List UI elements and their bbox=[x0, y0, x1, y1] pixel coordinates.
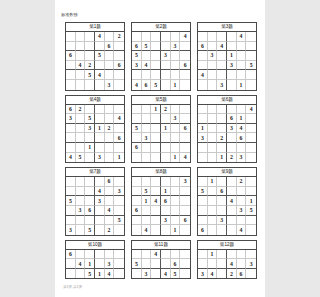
cell-r2c6: 3 bbox=[246, 259, 256, 269]
cell-r2c5 bbox=[237, 259, 247, 269]
cell-r2c5 bbox=[105, 114, 115, 124]
puzzle-box-3: 第3题4643135431 bbox=[197, 22, 257, 91]
puzzle-box-6: 第6题461134326123 bbox=[197, 95, 257, 164]
cell-r3c5 bbox=[105, 196, 115, 206]
cell-r6c1: 4 bbox=[66, 153, 76, 163]
puzzle-box-10: 第10题6413514 bbox=[65, 240, 125, 280]
cell-r2c1 bbox=[198, 114, 208, 124]
puzzle-title: 第11题 bbox=[132, 241, 190, 250]
cell-r6c2 bbox=[76, 225, 86, 235]
cell-r2c6 bbox=[246, 42, 256, 52]
cell-r3c5 bbox=[171, 51, 181, 61]
cell-r5c3 bbox=[217, 70, 227, 80]
sudoku-grid: 461134326123 bbox=[198, 105, 256, 163]
cell-r2c2 bbox=[142, 259, 152, 269]
cell-r2c4 bbox=[161, 114, 171, 124]
cell-r5c1 bbox=[132, 216, 142, 226]
sudoku-grid: 1235163614 bbox=[132, 105, 190, 163]
cell-r2c6 bbox=[180, 259, 190, 269]
cell-r3c3 bbox=[217, 51, 227, 61]
cell-r5c3 bbox=[85, 216, 95, 226]
puzzle-sheet: 第1题42665426543第2题4653533464651第3题4643135… bbox=[65, 22, 257, 279]
cell-r1c2 bbox=[142, 105, 152, 115]
cell-r2c4: 4 bbox=[95, 187, 105, 197]
cell-r4c2 bbox=[208, 61, 218, 71]
cell-r4c3 bbox=[151, 133, 161, 143]
page-header-label: 标准数独 bbox=[61, 12, 78, 17]
cell-r3c4: 1 bbox=[227, 51, 237, 61]
cell-r2c3 bbox=[151, 42, 161, 52]
cell-r1c2 bbox=[76, 250, 86, 260]
cell-r5c1 bbox=[132, 70, 142, 80]
cell-r3c4: 1 bbox=[95, 269, 105, 279]
cell-r3c1: 5 bbox=[132, 124, 142, 134]
cell-r5c5 bbox=[105, 143, 115, 153]
sudoku-grid: 12564135364 bbox=[198, 177, 256, 235]
cell-r1c6: 3 bbox=[180, 177, 190, 187]
cell-r4c2: 3 bbox=[76, 206, 86, 216]
cell-r1c2 bbox=[142, 250, 152, 260]
cell-r1c4 bbox=[227, 250, 237, 260]
cell-r5c1 bbox=[66, 70, 76, 80]
cell-r1c4 bbox=[95, 177, 105, 187]
cell-r1c1 bbox=[198, 32, 208, 42]
cell-r3c6 bbox=[246, 269, 256, 279]
cell-r1c6 bbox=[246, 177, 256, 187]
cell-r4c4 bbox=[227, 206, 237, 216]
cell-r3c3: 3 bbox=[85, 124, 95, 134]
cell-r3c2 bbox=[142, 51, 152, 61]
cell-r1c2 bbox=[76, 177, 86, 187]
cell-r2c5: 6 bbox=[105, 42, 115, 52]
cell-r3c5 bbox=[105, 51, 115, 61]
cell-r2c6 bbox=[114, 42, 124, 52]
cell-r5c2 bbox=[76, 70, 86, 80]
cell-r5c4 bbox=[161, 143, 171, 153]
cell-r2c4 bbox=[161, 42, 171, 52]
cell-r5c5 bbox=[171, 216, 181, 226]
cell-r5c4 bbox=[227, 216, 237, 226]
cell-r3c6: 6 bbox=[180, 124, 190, 134]
cell-r4c2: 3 bbox=[142, 133, 152, 143]
cell-r2c1: 5 bbox=[198, 187, 208, 197]
cell-r5c4: 4 bbox=[95, 70, 105, 80]
cell-r5c3: 3 bbox=[217, 216, 227, 226]
cell-r5c6 bbox=[114, 70, 124, 80]
cell-r5c6: 6 bbox=[180, 216, 190, 226]
cell-r1c6 bbox=[180, 105, 190, 115]
cell-r1c5 bbox=[105, 32, 115, 42]
cell-r1c1 bbox=[66, 177, 76, 187]
cell-r5c5 bbox=[237, 216, 247, 226]
sudoku-grid: 35114663641 bbox=[132, 177, 190, 235]
cell-r5c4: 3 bbox=[161, 216, 171, 226]
cell-r5c1 bbox=[198, 216, 208, 226]
cell-r5c6: 5 bbox=[114, 216, 124, 226]
cell-r6c3 bbox=[85, 153, 95, 163]
puzzle-box-2: 第2题4653533464651 bbox=[131, 22, 191, 91]
cell-r6c5: 1 bbox=[171, 80, 181, 90]
puzzle-title: 第12题 bbox=[198, 241, 256, 250]
cell-r2c3 bbox=[217, 114, 227, 124]
cell-r3c4: 3 bbox=[95, 196, 105, 206]
cell-r1c5: 4 bbox=[237, 32, 247, 42]
cell-r5c5 bbox=[171, 70, 181, 80]
cell-r6c1: 3 bbox=[66, 225, 76, 235]
cell-r2c2 bbox=[208, 259, 218, 269]
cell-r5c1: 6 bbox=[132, 143, 142, 153]
cell-r2c1: 5 bbox=[132, 259, 142, 269]
cell-r4c5 bbox=[105, 61, 115, 71]
cell-r6c5: 1 bbox=[237, 80, 247, 90]
cell-r1c3 bbox=[217, 177, 227, 187]
cell-r3c6 bbox=[246, 51, 256, 61]
cell-r3c3 bbox=[85, 196, 95, 206]
cell-r2c4: 1 bbox=[161, 187, 171, 197]
cell-r1c1 bbox=[198, 250, 208, 260]
cell-r3c1: 6 bbox=[66, 51, 76, 61]
cell-r3c6 bbox=[114, 196, 124, 206]
puzzle-box-1: 第1题42665426543 bbox=[65, 22, 125, 91]
cell-r1c3 bbox=[217, 105, 227, 115]
cell-r3c1: 5 bbox=[66, 196, 76, 206]
cell-r2c1 bbox=[66, 187, 76, 197]
cell-r1c6: 2 bbox=[114, 32, 124, 42]
cell-r2c5 bbox=[105, 187, 115, 197]
cell-r6c5: 1 bbox=[171, 153, 181, 163]
cell-r6c4 bbox=[161, 80, 171, 90]
cell-r2c4 bbox=[227, 42, 237, 52]
cell-r3c4: 2 bbox=[227, 269, 237, 279]
cell-r2c3 bbox=[151, 114, 161, 124]
cell-r3c5: 4 bbox=[237, 124, 247, 134]
cell-r1c6 bbox=[114, 105, 124, 115]
cell-r2c3 bbox=[85, 42, 95, 52]
cell-r6c2: 6 bbox=[142, 80, 152, 90]
cell-r4c2 bbox=[208, 133, 218, 143]
cell-r1c4 bbox=[161, 177, 171, 187]
cell-r4c4 bbox=[161, 206, 171, 216]
cell-r4c6: 6 bbox=[114, 61, 124, 71]
cell-r3c2 bbox=[208, 196, 218, 206]
cell-r2c3: 6 bbox=[217, 187, 227, 197]
cell-r6c3: 3 bbox=[217, 80, 227, 90]
sudoku-grid: 1433426 bbox=[198, 250, 256, 279]
cell-r6c3: 5 bbox=[151, 80, 161, 90]
cell-r1c6: 4 bbox=[246, 105, 256, 115]
cell-r6c1 bbox=[132, 225, 142, 235]
cell-r1c5: 2 bbox=[237, 177, 247, 187]
cell-r2c1: 3 bbox=[66, 114, 76, 124]
cell-r3c4: 4 bbox=[227, 196, 237, 206]
cell-r1c4 bbox=[227, 105, 237, 115]
cell-r5c2 bbox=[208, 143, 218, 153]
puzzle-box-11: 第11题456345 bbox=[131, 240, 191, 280]
cell-r4c4 bbox=[161, 61, 171, 71]
cell-r1c5 bbox=[171, 105, 181, 115]
cell-r6c4 bbox=[161, 153, 171, 163]
cell-r3c4: 6 bbox=[161, 196, 171, 206]
cell-r4c1 bbox=[66, 133, 76, 143]
cell-r5c2 bbox=[142, 216, 152, 226]
cell-r5c5 bbox=[105, 70, 115, 80]
cell-r4c5: 6 bbox=[237, 133, 247, 143]
cell-r4c6 bbox=[180, 206, 190, 216]
cell-r3c5 bbox=[237, 51, 247, 61]
cell-r6c6 bbox=[180, 225, 190, 235]
cell-r2c6 bbox=[180, 114, 190, 124]
cell-r5c3: 1 bbox=[85, 143, 95, 153]
cell-r2c4 bbox=[227, 187, 237, 197]
cell-r1c2 bbox=[208, 105, 218, 115]
cell-r4c1 bbox=[66, 206, 76, 216]
sudoku-grid: 6413514 bbox=[66, 250, 124, 279]
cell-r6c5 bbox=[105, 153, 115, 163]
cell-r5c6 bbox=[180, 70, 190, 80]
cell-r4c3: 6 bbox=[85, 206, 95, 216]
cell-r2c3 bbox=[217, 259, 227, 269]
cell-r1c5: 6 bbox=[105, 177, 115, 187]
cell-r4c2: 4 bbox=[142, 61, 152, 71]
cell-r2c4 bbox=[161, 259, 171, 269]
cell-r5c4 bbox=[95, 216, 105, 226]
cell-r4c3 bbox=[217, 61, 227, 71]
cell-r6c5: 3 bbox=[105, 80, 115, 90]
cell-r1c3 bbox=[217, 250, 227, 260]
cell-r6c2 bbox=[208, 153, 218, 163]
cell-r4c1: 3 bbox=[132, 61, 142, 71]
cell-r4c4 bbox=[95, 206, 105, 216]
cell-r5c6 bbox=[114, 143, 124, 153]
cell-r6c4 bbox=[227, 80, 237, 90]
cell-r1c6 bbox=[180, 250, 190, 260]
puzzle-box-12: 第12题1433426 bbox=[197, 240, 257, 280]
cell-r2c5 bbox=[171, 187, 181, 197]
cell-r1c1: 6 bbox=[66, 250, 76, 260]
cell-r3c1 bbox=[198, 196, 208, 206]
cell-r2c2 bbox=[76, 187, 86, 197]
cell-r2c1 bbox=[132, 114, 142, 124]
cell-r2c6 bbox=[114, 259, 124, 269]
cell-r2c6 bbox=[180, 187, 190, 197]
puzzle-box-5: 第5题1235163614 bbox=[131, 95, 191, 164]
cell-r3c6 bbox=[246, 124, 256, 134]
cell-r1c3 bbox=[85, 105, 95, 115]
cell-r3c1: 1 bbox=[198, 124, 208, 134]
cell-r4c5: 3 bbox=[237, 206, 247, 216]
cell-r3c4: 1 bbox=[95, 124, 105, 134]
puzzle-title: 第6题 bbox=[198, 96, 256, 105]
cell-r5c2 bbox=[208, 216, 218, 226]
cell-r2c4 bbox=[95, 259, 105, 269]
cell-r2c6 bbox=[180, 42, 190, 52]
cell-r5c2 bbox=[208, 70, 218, 80]
cell-r6c3: 5 bbox=[85, 225, 95, 235]
puzzle-title: 第7题 bbox=[66, 168, 124, 177]
cell-r1c1 bbox=[132, 105, 142, 115]
cell-r2c4: 6 bbox=[227, 114, 237, 124]
puzzle-title: 第9题 bbox=[198, 168, 256, 177]
cell-r4c6: 6 bbox=[114, 133, 124, 143]
cell-r6c5: 2 bbox=[105, 225, 115, 235]
cell-r6c6: 4 bbox=[180, 153, 190, 163]
cell-r5c1: 4 bbox=[198, 70, 208, 80]
cell-r3c5 bbox=[237, 196, 247, 206]
cell-r1c3 bbox=[151, 32, 161, 42]
cell-r3c3 bbox=[151, 51, 161, 61]
cell-r6c5: 4 bbox=[237, 225, 247, 235]
cell-r3c1: 3 bbox=[198, 269, 208, 279]
cell-r4c4 bbox=[95, 61, 105, 71]
cell-r6c3 bbox=[151, 225, 161, 235]
cell-r3c4: 5 bbox=[95, 51, 105, 61]
cell-r3c6: 1 bbox=[246, 196, 256, 206]
cell-r1c3 bbox=[85, 177, 95, 187]
cell-r5c1 bbox=[198, 143, 208, 153]
cell-r3c2: 4 bbox=[208, 269, 218, 279]
cell-r6c6 bbox=[246, 225, 256, 235]
cell-r6c4 bbox=[95, 80, 105, 90]
cell-r3c1 bbox=[132, 269, 142, 279]
cell-r3c6 bbox=[180, 269, 190, 279]
cell-r3c1 bbox=[132, 196, 142, 206]
cell-r3c4: 3 bbox=[161, 51, 171, 61]
cell-r3c5 bbox=[171, 124, 181, 134]
cell-r5c5 bbox=[105, 216, 115, 226]
cell-r4c2 bbox=[208, 206, 218, 216]
cell-r6c5: 1 bbox=[171, 225, 181, 235]
cell-r1c5 bbox=[171, 250, 181, 260]
cell-r6c2: 5 bbox=[76, 153, 86, 163]
cell-r4c2 bbox=[76, 133, 86, 143]
cell-r4c1 bbox=[198, 61, 208, 71]
puzzle-title: 第8题 bbox=[132, 168, 190, 177]
cell-r1c4 bbox=[95, 105, 105, 115]
cell-r3c1 bbox=[66, 124, 76, 134]
cell-r2c3: 1 bbox=[85, 259, 95, 269]
cell-r6c3: 1 bbox=[217, 153, 227, 163]
cell-r3c3 bbox=[217, 124, 227, 134]
cell-r2c3: 5 bbox=[85, 114, 95, 124]
cell-r4c4 bbox=[161, 133, 171, 143]
cell-r1c2: 1 bbox=[208, 250, 218, 260]
cell-r1c2: 2 bbox=[76, 105, 86, 115]
cell-r5c5 bbox=[171, 143, 181, 153]
cell-r6c6 bbox=[246, 80, 256, 90]
puzzle-title: 第3题 bbox=[198, 23, 256, 32]
cell-r4c3: 2 bbox=[85, 61, 95, 71]
cell-r4c5: 4 bbox=[105, 206, 115, 216]
cell-r2c3 bbox=[151, 259, 161, 269]
cell-r6c1 bbox=[198, 153, 208, 163]
cell-r6c4 bbox=[95, 225, 105, 235]
cell-r5c6 bbox=[246, 70, 256, 80]
cell-r1c5 bbox=[105, 105, 115, 115]
cell-r5c6 bbox=[180, 143, 190, 153]
cell-r1c4 bbox=[161, 250, 171, 260]
cell-r4c5 bbox=[171, 61, 181, 71]
cell-r5c2 bbox=[142, 70, 152, 80]
cell-r2c6: 3 bbox=[114, 187, 124, 197]
cell-r6c2 bbox=[142, 153, 152, 163]
cell-r3c1 bbox=[66, 269, 76, 279]
cell-r4c6: 5 bbox=[246, 61, 256, 71]
cell-r3c3: 5 bbox=[85, 269, 95, 279]
cell-r2c4: 4 bbox=[227, 259, 237, 269]
cell-r5c4 bbox=[227, 143, 237, 153]
cell-r1c5 bbox=[105, 250, 115, 260]
cell-r1c6: 4 bbox=[180, 32, 190, 42]
cell-r3c2 bbox=[208, 124, 218, 134]
cell-r2c3 bbox=[151, 187, 161, 197]
cell-r4c2: 4 bbox=[76, 61, 86, 71]
cell-r3c3: 4 bbox=[151, 196, 161, 206]
cell-r1c6 bbox=[114, 177, 124, 187]
cell-r2c5: 3 bbox=[171, 114, 181, 124]
cell-r1c5 bbox=[171, 32, 181, 42]
cell-r2c2 bbox=[76, 42, 86, 52]
cell-r1c1 bbox=[132, 177, 142, 187]
cell-r6c2 bbox=[208, 80, 218, 90]
cell-r4c1 bbox=[132, 133, 142, 143]
cell-r2c2: 4 bbox=[76, 259, 86, 269]
cell-r3c2: 3 bbox=[208, 51, 218, 61]
cell-r6c1: 6 bbox=[198, 225, 208, 235]
cell-r2c5: 3 bbox=[171, 42, 181, 52]
page-footer-label: 第1页,共1页 bbox=[63, 285, 82, 289]
puzzle-title: 第4题 bbox=[66, 96, 124, 105]
cell-r6c2 bbox=[208, 225, 218, 235]
cell-r3c2 bbox=[76, 269, 86, 279]
cell-r3c2 bbox=[142, 124, 152, 134]
cell-r5c2 bbox=[142, 143, 152, 153]
puzzle-box-9: 第9题12564135364 bbox=[197, 167, 257, 236]
cell-r4c4: 3 bbox=[227, 61, 237, 71]
puzzle-box-4: 第4题62354312614531 bbox=[65, 95, 125, 164]
cell-r4c5 bbox=[237, 61, 247, 71]
cell-r4c6: 5 bbox=[246, 206, 256, 216]
cell-r1c4: 4 bbox=[95, 32, 105, 42]
cell-r6c1 bbox=[132, 153, 142, 163]
cell-r5c4 bbox=[95, 143, 105, 153]
cell-r2c1 bbox=[66, 42, 76, 52]
cell-r3c6 bbox=[114, 124, 124, 134]
cell-r4c3 bbox=[217, 206, 227, 216]
cell-r2c6: 4 bbox=[114, 114, 124, 124]
cell-r3c4: 1 bbox=[161, 124, 171, 134]
cell-r4c6 bbox=[114, 206, 124, 216]
cell-r4c5 bbox=[171, 206, 181, 216]
cell-r2c5: 1 bbox=[237, 114, 247, 124]
cell-r5c2 bbox=[76, 216, 86, 226]
cell-r6c6 bbox=[114, 225, 124, 235]
cell-r4c3 bbox=[151, 61, 161, 71]
cell-r1c1 bbox=[132, 250, 142, 260]
cell-r2c1 bbox=[66, 259, 76, 269]
cell-r2c1: 6 bbox=[198, 42, 208, 52]
cell-r3c5: 4 bbox=[105, 269, 115, 279]
puzzle-title: 第5题 bbox=[132, 96, 190, 105]
cell-r1c5 bbox=[237, 250, 247, 260]
cell-r1c1 bbox=[198, 177, 208, 187]
sudoku-grid: 456345 bbox=[132, 250, 190, 279]
cell-r1c2 bbox=[76, 32, 86, 42]
cell-r5c4 bbox=[227, 70, 237, 80]
cell-r6c2 bbox=[76, 80, 86, 90]
cell-r4c3: 2 bbox=[217, 133, 227, 143]
cell-r3c1 bbox=[198, 51, 208, 61]
puzzle-box-7: 第7题643533645352 bbox=[65, 167, 125, 236]
